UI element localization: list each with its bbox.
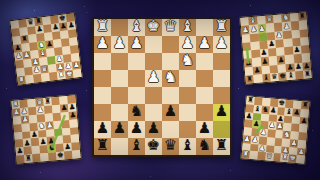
square: ♟	[15, 147, 24, 156]
piece-white-pawn: ♟	[260, 129, 267, 137]
piece-black-king: ♚	[278, 99, 285, 107]
square: ♟	[267, 40, 276, 49]
piece-black-bishop: ♝	[285, 108, 292, 116]
square: ♟	[292, 46, 301, 55]
square[interactable]: ♟	[94, 36, 111, 53]
square[interactable]: ♜	[94, 138, 111, 155]
square[interactable]	[196, 87, 213, 104]
thumbnail-scene: ♛♜♚♟♟♟♟♜♟♞♟♟♟♝♟♟♟♛♟♟♟♜♜♚ ♝♛♞♜♟♟♟♟♟♟♟♟♟♟♟…	[0, 0, 320, 180]
piece-white-queen[interactable]: ♛	[164, 19, 177, 34]
square[interactable]	[128, 87, 145, 104]
piece-white-pawn: ♟	[57, 63, 64, 71]
square: ♚	[278, 72, 287, 81]
square: ♟	[63, 143, 72, 152]
square[interactable]	[179, 104, 196, 121]
piece-white-king[interactable]: ♚	[147, 19, 160, 34]
piece-white-pawn: ♟	[72, 61, 79, 69]
square[interactable]: ♟	[213, 36, 230, 53]
piece-white-knight[interactable]: ♞	[164, 70, 177, 85]
corner-board-bottom-left: ♜♛♜♟♟♟♟♟♟♟♞♟♟♟♟♟♟♞♟♜♚	[10, 94, 81, 165]
board-squares[interactable]: ♜♝♚♛♝♜♟♟♟♟♟♟♞♟♞♞♟♟♟♟♟♟♟♜♝♚♛♝♞♜	[94, 19, 230, 155]
square: ♞	[283, 131, 292, 139]
piece-black-knight[interactable]: ♞	[198, 138, 211, 153]
square: ♟	[277, 55, 286, 64]
piece-white-pawn: ♟	[242, 26, 249, 34]
piece-white-pawn: ♟	[37, 106, 44, 114]
piece-black-pawn: ♟	[69, 103, 76, 111]
square[interactable]	[179, 87, 196, 104]
piece-white-pawn[interactable]: ♟	[147, 70, 160, 85]
highlighted-square: ♟	[257, 24, 266, 33]
piece-black-pawn: ♟	[52, 23, 59, 31]
square: ♛	[40, 65, 49, 74]
piece-black-pawn: ♟	[286, 63, 293, 71]
square[interactable]: ♝	[179, 19, 196, 36]
piece-black-rook: ♜	[302, 101, 309, 109]
piece-white-rook[interactable]: ♜	[96, 19, 109, 34]
piece-black-pawn: ♟	[68, 21, 75, 29]
piece-black-rook: ♜	[35, 17, 42, 25]
piece-white-queen: ♛	[266, 15, 273, 23]
square: ♟	[69, 111, 78, 120]
piece-white-pawn: ♟	[32, 58, 39, 66]
piece-black-pawn[interactable]: ♟	[215, 104, 228, 119]
piece-black-pawn[interactable]: ♟	[130, 121, 143, 136]
piece-black-pawn: ♟	[303, 62, 310, 70]
square: ♟	[67, 21, 76, 30]
piece-black-pawn[interactable]: ♟	[147, 121, 160, 136]
square[interactable]: ♟	[179, 36, 196, 53]
square: ♟	[60, 104, 69, 113]
square	[72, 150, 81, 159]
square: ♝	[285, 108, 294, 116]
square[interactable]	[196, 70, 213, 87]
piece-black-pawn: ♟	[293, 46, 300, 54]
piece-white-pawn: ♟	[64, 62, 71, 70]
board-squares: ♝♛♞♜♟♟♟♟♟♟♟♟♟♟♟♟♟♟♟♜♝♛♚♝♜	[240, 12, 312, 84]
piece-white-knight[interactable]: ♞	[181, 53, 194, 68]
square[interactable]: ♚	[145, 19, 162, 36]
square[interactable]	[213, 70, 230, 87]
square[interactable]: ♞	[179, 53, 196, 70]
corner-board-top-right: ♝♛♞♜♟♟♟♟♟♟♟♟♟♟♟♟♟♟♟♜♝♛♚♝♜	[239, 11, 313, 85]
piece-black-pawn: ♟	[47, 137, 54, 145]
piece-white-pawn: ♟	[275, 31, 282, 39]
square: ♟	[253, 66, 262, 75]
piece-white-pawn[interactable]: ♟	[181, 36, 194, 51]
square: ♜	[20, 35, 29, 44]
square[interactable]: ♞	[196, 138, 213, 155]
square: ♟	[241, 26, 250, 35]
square[interactable]: ♝	[179, 138, 196, 155]
piece-white-pawn: ♟	[250, 25, 257, 33]
piece-black-queen[interactable]: ♛	[164, 138, 177, 153]
piece-white-bishop: ♝	[39, 49, 46, 57]
piece-black-pawn[interactable]: ♟	[113, 121, 126, 136]
piece-white-pawn[interactable]: ♟	[130, 36, 143, 51]
square[interactable]	[162, 36, 179, 53]
piece-black-pawn: ♟	[64, 143, 71, 151]
square: ♞	[37, 122, 46, 131]
piece-black-rook: ♜	[304, 70, 311, 78]
square: ♛	[270, 73, 279, 82]
square: ♟	[268, 122, 277, 130]
square[interactable]	[213, 53, 230, 70]
piece-white-rook: ♜	[18, 76, 25, 84]
square[interactable]: ♟	[128, 36, 145, 53]
highlighted-square[interactable]	[213, 121, 230, 138]
piece-white-rook: ♜	[242, 150, 249, 158]
square: ♟	[245, 112, 254, 120]
square[interactable]: ♜	[94, 19, 111, 36]
square[interactable]	[111, 104, 128, 121]
square[interactable]	[162, 121, 179, 138]
star-speckles	[0, 0, 1, 1]
piece-black-pawn: ♟	[245, 59, 252, 67]
piece-black-bishop[interactable]: ♝	[181, 138, 194, 153]
piece-black-bishop[interactable]: ♝	[130, 138, 143, 153]
square[interactable]	[162, 53, 179, 70]
piece-white-pawn: ♟	[21, 107, 28, 115]
square: ♚	[65, 70, 74, 79]
piece-black-pawn: ♟	[39, 137, 46, 145]
board-squares: ♛♜♚♟♟♟♟♜♟♞♟♟♟♝♟♟♟♛♟♟♟♜♜♚	[10, 13, 81, 84]
piece-white-pawn: ♟	[33, 66, 40, 74]
piece-white-knight: ♞	[282, 14, 289, 22]
square[interactable]	[94, 53, 111, 70]
square[interactable]: ♜	[213, 138, 230, 155]
piece-white-rook[interactable]: ♜	[215, 19, 228, 34]
piece-black-knight: ♞	[262, 105, 269, 113]
piece-black-pawn: ♟	[277, 115, 284, 123]
corner-board-bottom-right: ♜♚♜♝♞♟♝♟♟♟♟♟♟♟♟♞♟♟♟♟♟♟♜♛♜♚	[240, 95, 310, 164]
highlighted-square[interactable]: ♟	[213, 104, 230, 121]
piece-black-queen: ♛	[271, 73, 278, 81]
piece-white-queen: ♛	[266, 152, 273, 160]
square[interactable]	[94, 104, 111, 121]
square[interactable]: ♝	[128, 138, 145, 155]
piece-white-pawn: ♟	[298, 148, 305, 156]
piece-black-rook: ♜	[246, 75, 253, 83]
square[interactable]: ♟	[94, 121, 111, 138]
square[interactable]	[196, 104, 213, 121]
piece-black-king: ♚	[279, 72, 286, 80]
piece-black-knight[interactable]: ♞	[130, 104, 143, 119]
square: ♟	[12, 108, 21, 117]
piece-white-queen: ♛	[36, 98, 43, 106]
square[interactable]	[145, 104, 162, 121]
square[interactable]	[94, 70, 111, 87]
piece-black-pawn: ♟	[270, 106, 277, 114]
piece-white-knight: ♞	[38, 41, 45, 49]
piece-white-pawn: ♟	[283, 22, 290, 30]
piece-black-king: ♚	[59, 14, 66, 22]
square: ♝	[253, 105, 262, 113]
piece-white-knight: ♞	[38, 122, 45, 130]
piece-black-pawn: ♟	[36, 25, 43, 33]
piece-white-pawn: ♟	[251, 136, 258, 144]
square: ♟	[259, 129, 268, 137]
square: ♛	[265, 152, 274, 160]
square: ♜	[301, 101, 310, 109]
piece-white-pawn: ♟	[268, 122, 275, 130]
square[interactable]: ♟	[128, 121, 145, 138]
square: ♟	[45, 40, 54, 49]
piece-white-pawn: ♟	[243, 135, 250, 143]
square: ♟	[293, 108, 302, 116]
square: ♟	[39, 137, 48, 146]
square: ♟	[275, 31, 284, 40]
square: ♟	[297, 148, 306, 156]
piece-black-pawn: ♟	[295, 62, 302, 70]
piece-white-rook: ♜	[281, 154, 288, 162]
square: ♟	[249, 25, 258, 34]
piece-black-knight: ♞	[48, 144, 55, 152]
square: ♟	[294, 62, 303, 71]
square: ♟	[290, 139, 299, 147]
square: ♟	[269, 106, 278, 114]
square[interactable]	[111, 53, 128, 70]
piece-white-king: ♚	[289, 155, 296, 163]
piece-white-pawn[interactable]: ♟	[215, 36, 228, 51]
board-squares: ♜♛♜♟♟♟♟♟♟♟♞♟♟♟♟♟♟♞♟♜♚	[11, 95, 80, 163]
square[interactable]	[145, 87, 162, 104]
square: ♜	[245, 75, 254, 84]
square[interactable]: ♟	[162, 104, 179, 121]
piece-black-pawn: ♟	[14, 44, 21, 52]
main-chess-board[interactable]: ♜♝♚♛♝♜♟♟♟♟♟♟♞♟♞♞♟♟♟♟♟♟♟♜♝♚♛♝♞♜	[92, 17, 232, 157]
square: ♟	[36, 106, 45, 115]
highlighted-square: ♟	[252, 120, 261, 128]
square[interactable]	[111, 70, 128, 87]
square: ♞	[261, 105, 270, 113]
piece-black-pawn: ♟	[260, 49, 267, 57]
piece-white-pawn: ♟	[56, 55, 63, 63]
highlighted-square: ♞	[47, 144, 56, 153]
square: ♜	[246, 96, 255, 104]
piece-black-rook[interactable]: ♜	[215, 138, 228, 153]
piece-black-pawn: ♟	[69, 111, 76, 119]
piece-white-bishop: ♝	[249, 17, 256, 25]
piece-black-pawn: ♟	[254, 66, 261, 74]
square	[296, 155, 305, 163]
board-squares: ♜♚♜♝♞♟♝♟♟♟♟♟♟♟♟♞♟♟♟♟♟♟♜♛♜♚	[241, 96, 309, 163]
square: ♟	[244, 58, 253, 67]
piece-black-pawn: ♟	[31, 130, 38, 138]
square: ♟	[21, 115, 30, 124]
piece-white-knight: ♞	[283, 131, 290, 139]
square[interactable]	[196, 19, 213, 36]
piece-white-bishop[interactable]: ♝	[181, 19, 194, 34]
piece-white-pawn: ♟	[23, 51, 30, 59]
piece-white-king: ♚	[65, 70, 72, 78]
square: ♟	[251, 136, 260, 144]
piece-black-pawn: ♟	[60, 22, 67, 30]
piece-black-pawn: ♟	[261, 57, 268, 65]
piece-white-pawn: ♟	[276, 122, 283, 130]
piece-white-pawn: ♟	[258, 24, 265, 32]
square[interactable]	[111, 19, 128, 36]
square[interactable]	[179, 70, 196, 87]
piece-black-pawn: ♟	[46, 40, 53, 48]
square[interactable]	[128, 53, 145, 70]
piece-white-pawn: ♟	[258, 144, 265, 152]
square: ♜	[241, 150, 250, 158]
piece-black-pawn: ♟	[278, 56, 285, 64]
square[interactable]: ♟	[196, 121, 213, 138]
square: ♟	[282, 22, 291, 31]
piece-white-pawn: ♟	[15, 52, 22, 60]
piece-white-rook: ♜	[12, 100, 19, 108]
piece-black-pawn: ♟	[61, 104, 68, 112]
piece-white-pawn: ♟	[290, 139, 297, 147]
square: ♟	[59, 22, 68, 31]
square[interactable]	[145, 36, 162, 53]
square: ♟	[72, 61, 81, 70]
piece-black-pawn[interactable]: ♟	[198, 121, 211, 136]
piece-white-pawn[interactable]: ♟	[198, 36, 211, 51]
piece-black-pawn: ♟	[253, 120, 260, 128]
square: ♚	[56, 152, 65, 161]
square[interactable]: ♞	[128, 104, 145, 121]
piece-black-rook[interactable]: ♜	[96, 138, 109, 153]
piece-black-pawn: ♟	[268, 40, 275, 48]
square[interactable]	[179, 121, 196, 138]
piece-black-king: ♚	[57, 152, 64, 160]
square: ♟	[243, 135, 252, 143]
square: ♟	[30, 130, 39, 139]
square[interactable]: ♜	[213, 19, 230, 36]
square[interactable]: ♟	[111, 36, 128, 53]
square[interactable]	[162, 87, 179, 104]
piece-white-queen: ♛	[41, 65, 48, 73]
square: ♟	[45, 121, 54, 130]
square[interactable]	[145, 53, 162, 70]
piece-white-bishop[interactable]: ♝	[130, 19, 143, 34]
square: ♜	[43, 97, 52, 106]
square: ♟	[35, 25, 44, 34]
piece-black-pawn: ♟	[245, 112, 252, 120]
square[interactable]	[213, 87, 230, 104]
corner-board-top-left: ♛♜♚♟♟♟♟♜♟♞♟♟♟♝♟♟♟♛♟♟♟♜♜♚	[9, 12, 83, 86]
square: ♟	[258, 144, 267, 152]
square: ♟	[300, 117, 309, 125]
square: ♝	[262, 73, 271, 82]
square: ♚	[278, 99, 287, 107]
piece-white-pawn[interactable]: ♟	[113, 36, 126, 51]
piece-black-rook: ♜	[21, 35, 28, 43]
square[interactable]: ♟	[196, 36, 213, 53]
piece-black-queen: ♛	[27, 18, 34, 26]
piece-white-pawn: ♟	[46, 121, 53, 129]
piece-black-bishop: ♝	[263, 74, 270, 82]
square: ♜	[303, 70, 312, 79]
piece-black-rook: ♜	[299, 12, 306, 20]
piece-white-pawn[interactable]: ♟	[96, 36, 109, 51]
square: ♜	[281, 154, 290, 162]
square[interactable]: ♝	[128, 19, 145, 36]
piece-black-pawn: ♟	[23, 139, 30, 147]
square: ♚	[288, 155, 297, 163]
square: ♛	[26, 18, 35, 27]
piece-black-pawn[interactable]: ♟	[164, 104, 177, 119]
square[interactable]: ♟	[111, 121, 128, 138]
square: ♜	[298, 12, 307, 21]
square[interactable]: ♛	[162, 19, 179, 36]
square: ♜	[24, 154, 33, 163]
square[interactable]: ♚	[145, 138, 162, 155]
square[interactable]: ♟	[145, 70, 162, 87]
square	[73, 69, 82, 78]
piece-black-pawn: ♟	[16, 147, 23, 155]
square[interactable]	[94, 87, 111, 104]
piece-white-pawn: ♟	[282, 146, 289, 154]
piece-black-rook: ♜	[44, 97, 51, 105]
piece-white-pawn: ♟	[21, 115, 28, 123]
piece-black-rook: ♜	[25, 154, 32, 162]
square[interactable]: ♟	[145, 121, 162, 138]
piece-black-king[interactable]: ♚	[147, 138, 160, 153]
square: ♛	[265, 15, 274, 24]
piece-black-rook: ♜	[247, 96, 254, 104]
piece-black-pawn: ♟	[293, 108, 300, 116]
piece-white-pawn: ♟	[13, 108, 20, 116]
piece-black-bishop: ♝	[287, 71, 294, 79]
square: ♟	[23, 139, 32, 148]
piece-black-pawn: ♟	[300, 117, 307, 125]
square[interactable]: ♞	[162, 70, 179, 87]
piece-black-bishop: ♝	[254, 105, 261, 113]
square[interactable]	[196, 53, 213, 70]
square: ♟	[276, 122, 285, 130]
square: ♟	[51, 23, 60, 32]
piece-black-pawn[interactable]: ♟	[96, 121, 109, 136]
square[interactable]	[111, 87, 128, 104]
piece-white-rook: ♜	[58, 71, 65, 79]
square: ♟	[260, 57, 269, 66]
square[interactable]	[128, 70, 145, 87]
square[interactable]: ♛	[162, 138, 179, 155]
square: ♝	[286, 71, 295, 80]
square[interactable]	[111, 138, 128, 155]
